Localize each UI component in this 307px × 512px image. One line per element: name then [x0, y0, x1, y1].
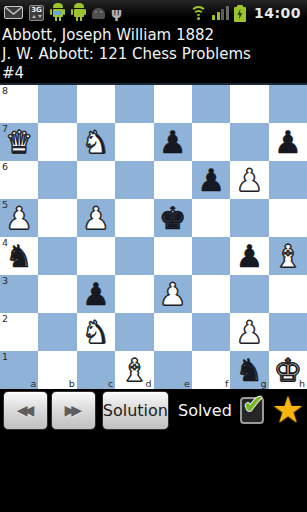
square-d2[interactable]	[115, 313, 153, 351]
square-e2[interactable]	[154, 313, 192, 351]
square-f7[interactable]	[192, 123, 230, 161]
square-g6[interactable]: ♟	[230, 161, 268, 199]
piece-black-pawn: ♟	[197, 161, 225, 199]
square-f6[interactable]: ♟	[192, 161, 230, 199]
square-c2[interactable]: ♞	[77, 313, 115, 351]
gmail-icon	[4, 6, 23, 19]
square-d5[interactable]	[115, 199, 153, 237]
piece-black-pawn: ♟	[236, 237, 264, 275]
piece-white-knight: ♞	[82, 313, 110, 351]
fast-forward-icon: ▶▶	[65, 402, 79, 418]
square-a7[interactable]: 7♛	[0, 123, 38, 161]
toolbar: ◀◀ ▶▶ Solution Solved ✔ ★	[0, 387, 307, 431]
square-c1[interactable]: c	[77, 351, 115, 389]
square-a5[interactable]: 5♟	[0, 199, 38, 237]
square-d8[interactable]	[115, 85, 153, 123]
square-g1[interactable]: g♞	[230, 351, 268, 389]
piece-white-king: ♚	[274, 351, 302, 389]
square-d7[interactable]	[115, 123, 153, 161]
square-g4[interactable]: ♟	[230, 237, 268, 275]
rank-label: 3	[2, 275, 8, 286]
square-b4[interactable]	[38, 237, 76, 275]
square-h6[interactable]	[269, 161, 307, 199]
piece-white-knight: ♞	[82, 123, 110, 161]
piece-black-knight: ♞	[236, 351, 264, 389]
solution-button[interactable]: Solution	[102, 391, 169, 430]
piece-black-pawn: ♟	[274, 123, 302, 161]
square-a3[interactable]: 3	[0, 275, 38, 313]
battery-charging-icon	[234, 5, 246, 22]
square-h7[interactable]: ♟	[269, 123, 307, 161]
square-b2[interactable]	[38, 313, 76, 351]
file-label: g	[261, 378, 267, 389]
usb-icon: ψ	[111, 6, 122, 20]
square-d4[interactable]	[115, 237, 153, 275]
square-f8[interactable]	[192, 85, 230, 123]
android-icon	[71, 3, 86, 22]
square-h8[interactable]	[269, 85, 307, 123]
square-g2[interactable]: ♟	[230, 313, 268, 351]
rank-label: 7	[2, 123, 8, 134]
square-h5[interactable]	[269, 199, 307, 237]
square-c6[interactable]	[77, 161, 115, 199]
file-label: a	[31, 378, 37, 389]
square-f3[interactable]	[192, 275, 230, 313]
signal-strength-icon	[212, 5, 229, 20]
square-a1[interactable]: 1a	[0, 351, 38, 389]
rank-label: 1	[2, 351, 8, 362]
square-e3[interactable]: ♟	[154, 275, 192, 313]
square-c5[interactable]: ♟	[77, 199, 115, 237]
file-label: d	[145, 378, 151, 389]
wifi-icon	[189, 6, 207, 20]
square-g8[interactable]	[230, 85, 268, 123]
square-g3[interactable]	[230, 275, 268, 313]
square-e8[interactable]	[154, 85, 192, 123]
file-label: f	[225, 378, 228, 389]
rank-label: 4	[2, 237, 8, 248]
file-label: b	[69, 378, 75, 389]
previous-problem-button[interactable]: ◀◀	[3, 391, 48, 430]
rank-label: 2	[2, 313, 8, 324]
square-e4[interactable]	[154, 237, 192, 275]
square-c7[interactable]: ♞	[77, 123, 115, 161]
rank-label: 8	[2, 85, 8, 96]
piece-white-pawn: ♟	[5, 199, 33, 237]
square-c8[interactable]	[77, 85, 115, 123]
piece-black-knight: ♞	[5, 237, 33, 275]
problem-header: Abbott, Joseph William 1882 J. W. Abbott…	[0, 25, 307, 83]
clock: 14:00	[254, 5, 301, 21]
square-e7[interactable]: ♟	[154, 123, 192, 161]
square-f2[interactable]	[192, 313, 230, 351]
problem-number: #4	[2, 64, 307, 83]
piece-white-queen: ♛	[5, 123, 33, 161]
square-h4[interactable]: ♝	[269, 237, 307, 275]
piece-white-bishop: ♝	[120, 351, 148, 389]
square-f4[interactable]	[192, 237, 230, 275]
square-c4[interactable]	[77, 237, 115, 275]
android-usb-icon	[50, 3, 65, 22]
square-f5[interactable]	[192, 199, 230, 237]
square-h1[interactable]: h♚	[269, 351, 307, 389]
adb-bug-icon	[92, 8, 105, 19]
check-icon: ✔	[243, 391, 265, 417]
rank-label: 5	[2, 199, 8, 210]
piece-white-pawn: ♟	[82, 199, 110, 237]
square-b3[interactable]	[38, 275, 76, 313]
square-b6[interactable]	[38, 161, 76, 199]
square-a4[interactable]: 4♞	[0, 237, 38, 275]
square-h3[interactable]	[269, 275, 307, 313]
square-e6[interactable]	[154, 161, 192, 199]
square-e5[interactable]: ♚	[154, 199, 192, 237]
piece-white-pawn: ♟	[236, 313, 264, 351]
piece-black-pawn: ♟	[82, 275, 110, 313]
square-g5[interactable]	[230, 199, 268, 237]
book-title-line: J. W. Abbott: 121 Chess Problems	[2, 45, 307, 64]
piece-white-pawn: ♟	[236, 161, 264, 199]
file-label: h	[299, 378, 305, 389]
square-b7[interactable]	[38, 123, 76, 161]
file-label: c	[108, 378, 113, 389]
rank-label: 6	[2, 161, 8, 172]
next-problem-button[interactable]: ▶▶	[51, 391, 96, 430]
square-a6[interactable]: 6	[0, 161, 38, 199]
solved-label: Solved	[178, 401, 232, 420]
network-3g-icon: 3G	[29, 5, 44, 21]
square-d1[interactable]: d♝	[115, 351, 153, 389]
author-line: Abbott, Joseph William 1882	[2, 26, 307, 45]
square-e1[interactable]: e	[154, 351, 192, 389]
square-a2[interactable]: 2	[0, 313, 38, 351]
status-bar: 3G ψ 14:00	[0, 0, 307, 25]
solved-checkbox[interactable]: ✔	[240, 397, 264, 424]
square-h2[interactable]	[269, 313, 307, 351]
chess-board: 87♛♞♟♟6♟♟5♟♟♚4♞♟♝3♟♟2♞♟1abcd♝efg♞h♚	[0, 83, 307, 387]
rewind-icon: ◀◀	[17, 402, 31, 418]
square-c3[interactable]: ♟	[77, 275, 115, 313]
square-b1[interactable]: b	[38, 351, 76, 389]
square-f1[interactable]: f	[192, 351, 230, 389]
piece-black-king: ♚	[159, 199, 187, 237]
square-d3[interactable]	[115, 275, 153, 313]
piece-white-pawn: ♟	[159, 275, 187, 313]
square-a8[interactable]: 8	[0, 85, 38, 123]
favorite-star-icon[interactable]: ★	[272, 392, 304, 428]
piece-black-pawn: ♟	[159, 123, 187, 161]
piece-white-bishop: ♝	[274, 237, 302, 275]
square-d6[interactable]	[115, 161, 153, 199]
square-g7[interactable]	[230, 123, 268, 161]
file-label: e	[184, 378, 190, 389]
square-b5[interactable]	[38, 199, 76, 237]
square-b8[interactable]	[38, 85, 76, 123]
